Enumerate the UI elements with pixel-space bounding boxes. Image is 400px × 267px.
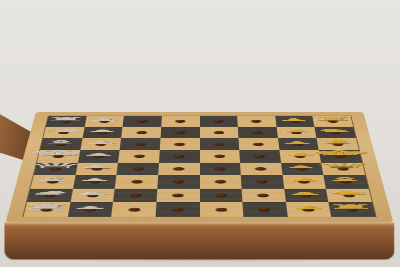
square-r6c0[interactable]: ♞	[27, 189, 73, 203]
silver-rook-piece[interactable]: ♜	[44, 117, 90, 121]
silver-rook-piece[interactable]: ♜	[21, 204, 74, 210]
silver-bishop-piece[interactable]: ♝	[28, 176, 79, 181]
gold-pawn-piece[interactable]: ♟	[289, 205, 328, 209]
square-r3c4[interactable]	[200, 150, 241, 162]
gold-pawn-piece[interactable]: ♟	[285, 178, 322, 182]
square-r0c3[interactable]	[161, 116, 199, 127]
square-r7c4[interactable]	[199, 202, 243, 216]
silver-pawn-piece[interactable]: ♟	[86, 129, 121, 132]
square-r3c5[interactable]	[239, 150, 280, 162]
square-r1c4[interactable]	[200, 127, 239, 138]
square-r0c0[interactable]: ♜	[46, 116, 86, 127]
square-r5c7[interactable]: ♝	[324, 175, 369, 188]
square-r2c2[interactable]	[120, 138, 161, 150]
photo-stage: ♜♟♟♜♞♟♟♞♝♟♟♝♚♟♟♚♛♟♟♛♝♟♟♝♞♟♟♞♜♟♟♜	[0, 0, 400, 267]
square-r7c2[interactable]	[111, 202, 156, 216]
square-r2c5[interactable]	[239, 138, 280, 150]
square-r4c1[interactable]: ♟	[75, 163, 118, 176]
square-r2c4[interactable]	[200, 138, 240, 150]
square-r4c3[interactable]	[158, 163, 199, 176]
square-r4c2[interactable]	[117, 163, 159, 176]
square-r1c6[interactable]: ♟	[276, 127, 317, 138]
gold-pawn-piece[interactable]: ♟	[279, 129, 314, 132]
square-r4c5[interactable]	[240, 163, 282, 176]
square-r1c0[interactable]: ♞	[43, 127, 84, 138]
square-r1c3[interactable]	[160, 127, 199, 138]
square-r0c5[interactable]	[237, 116, 276, 127]
silver-knight-piece[interactable]: ♞	[43, 128, 87, 132]
square-r4c4[interactable]	[199, 163, 240, 176]
square-r5c4[interactable]	[199, 175, 241, 188]
square-r3c0[interactable]: ♚	[37, 150, 80, 162]
square-r5c3[interactable]	[157, 175, 199, 188]
square-r5c5[interactable]	[241, 175, 284, 188]
square-r5c1[interactable]: ♟	[73, 175, 117, 188]
gold-knight-piece[interactable]: ♞	[324, 190, 372, 195]
gold-knight-piece[interactable]: ♞	[313, 128, 357, 132]
square-r0c4[interactable]	[200, 116, 238, 127]
silver-pawn-piece[interactable]: ♟	[79, 165, 116, 169]
silver-pawn-piece[interactable]: ♟	[71, 205, 110, 209]
square-r3c1[interactable]: ♟	[78, 150, 120, 162]
gold-rook-piece[interactable]: ♜	[325, 204, 378, 210]
square-r2c3[interactable]	[160, 138, 200, 150]
square-r6c2[interactable]	[113, 189, 157, 203]
square-r3c2[interactable]	[118, 150, 159, 162]
gold-queen-piece[interactable]: ♛	[312, 162, 373, 168]
square-r7c7[interactable]: ♜	[329, 202, 376, 216]
gold-pawn-piece[interactable]: ♟	[277, 118, 311, 121]
silver-knight-piece[interactable]: ♞	[27, 190, 75, 195]
square-r6c3[interactable]	[156, 189, 199, 203]
silver-pawn-piece[interactable]: ♟	[76, 178, 113, 182]
square-r5c2[interactable]	[115, 175, 158, 188]
square-r6c5[interactable]	[242, 189, 286, 203]
square-r6c7[interactable]: ♞	[326, 189, 372, 203]
square-r4c7[interactable]: ♛	[321, 163, 365, 176]
silver-pawn-piece[interactable]: ♟	[74, 191, 112, 195]
square-r4c0[interactable]: ♛	[34, 163, 78, 176]
chess-board: ♜♟♟♜♞♟♟♞♝♟♟♝♚♟♟♚♛♟♟♛♝♟♟♝♞♟♟♞♜♟♟♜	[6, 112, 394, 222]
board-front-edge	[4, 222, 394, 259]
scene: ♜♟♟♜♞♟♟♞♝♟♟♝♚♟♟♚♛♟♟♛♝♟♟♝♞♟♟♞♜♟♟♜	[0, 0, 400, 267]
square-r0c2[interactable]	[123, 116, 162, 127]
square-r7c6[interactable]: ♟	[286, 202, 332, 216]
silver-pawn-piece[interactable]: ♟	[88, 118, 122, 121]
square-r1c7[interactable]: ♞	[315, 127, 356, 138]
square-r5c0[interactable]: ♝	[30, 175, 75, 188]
silver-pawn-piece[interactable]: ♟	[81, 153, 117, 157]
gold-bishop-piece[interactable]: ♝	[313, 139, 361, 144]
square-r6c6[interactable]: ♟	[284, 189, 329, 203]
silver-bishop-piece[interactable]: ♝	[38, 139, 86, 144]
square-r0c7[interactable]: ♜	[313, 116, 353, 127]
silver-pawn-piece[interactable]: ♟	[83, 141, 118, 145]
gold-bishop-piece[interactable]: ♝	[320, 176, 371, 181]
board-grid: ♜♟♟♜♞♟♟♞♝♟♟♝♚♟♟♚♛♟♟♛♝♟♟♝♞♟♟♞♜♟♟♜	[22, 116, 377, 218]
gold-pawn-piece[interactable]: ♟	[287, 191, 325, 195]
square-r1c5[interactable]	[238, 127, 278, 138]
square-r7c5[interactable]	[243, 202, 288, 216]
square-r3c7[interactable]: ♚	[319, 150, 362, 162]
square-r7c1[interactable]: ♟	[67, 202, 113, 216]
square-r3c3[interactable]	[159, 150, 200, 162]
square-r1c2[interactable]	[121, 127, 161, 138]
gold-rook-piece[interactable]: ♜	[309, 117, 355, 121]
square-r0c1[interactable]: ♟	[84, 116, 124, 127]
silver-queen-piece[interactable]: ♛	[26, 162, 87, 168]
square-r7c0[interactable]: ♜	[23, 202, 70, 216]
square-r5c6[interactable]: ♟	[282, 175, 326, 188]
square-r6c4[interactable]	[199, 189, 242, 203]
gold-pawn-piece[interactable]: ♟	[280, 141, 315, 145]
square-r6c1[interactable]: ♟	[70, 189, 115, 203]
square-r7c3[interactable]	[155, 202, 199, 216]
square-r1c1[interactable]: ♟	[82, 127, 123, 138]
